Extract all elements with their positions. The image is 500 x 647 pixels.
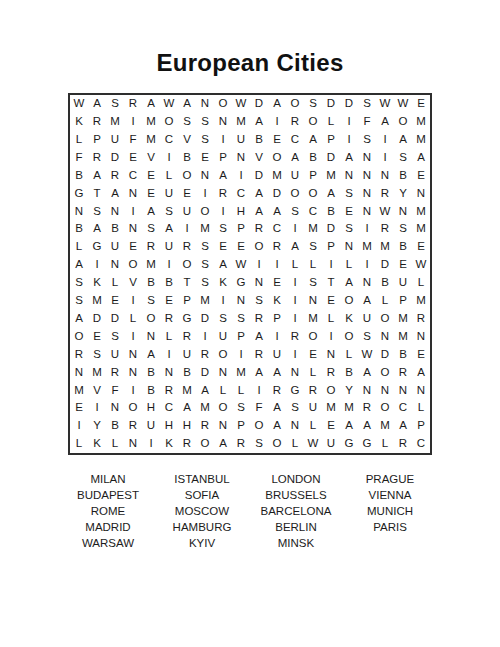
grid-cell-r10c5[interactable]: M: [142, 256, 160, 274]
grid-cell-r20c1[interactable]: L: [70, 435, 88, 453]
grid-cell-r5c18[interactable]: N: [376, 167, 394, 185]
grid-cell-r5c13[interactable]: U: [286, 167, 304, 185]
grid-cell-r20c19[interactable]: R: [394, 435, 412, 453]
grid-cell-r5c11[interactable]: D: [250, 167, 268, 185]
grid-cell-r20c10[interactable]: R: [232, 435, 250, 453]
grid-cell-r14c14[interactable]: O: [304, 328, 322, 346]
grid-cell-r5c20[interactable]: E: [412, 167, 430, 185]
grid-cell-r4c7[interactable]: B: [178, 149, 196, 167]
grid-cell-r10c13[interactable]: L: [286, 256, 304, 274]
grid-cell-r4c15[interactable]: D: [322, 149, 340, 167]
grid-cell-r10c1[interactable]: A: [70, 256, 88, 274]
grid-cell-r7c1[interactable]: N: [70, 202, 88, 220]
grid-cell-r16c14[interactable]: L: [304, 363, 322, 381]
grid-cell-r6c5[interactable]: E: [142, 184, 160, 202]
grid-cell-r2c1[interactable]: K: [70, 113, 88, 131]
grid-cell-r8c1[interactable]: B: [70, 220, 88, 238]
grid-cell-r16c6[interactable]: N: [160, 363, 178, 381]
grid-cell-r19c19[interactable]: A: [394, 417, 412, 435]
grid-cell-r7c18[interactable]: W: [376, 202, 394, 220]
grid-cell-r13c15[interactable]: L: [322, 310, 340, 328]
grid-cell-r15c11[interactable]: R: [250, 346, 268, 364]
grid-cell-r19c3[interactable]: B: [106, 417, 124, 435]
grid-cell-r9c4[interactable]: E: [124, 238, 142, 256]
grid-cell-r17c5[interactable]: B: [142, 381, 160, 399]
grid-cell-r7c15[interactable]: B: [322, 202, 340, 220]
grid-cell-r14c7[interactable]: R: [178, 328, 196, 346]
grid-cell-r7c6[interactable]: S: [160, 202, 178, 220]
grid-cell-r7c9[interactable]: I: [214, 202, 232, 220]
grid-cell-r15c5[interactable]: A: [142, 346, 160, 364]
grid-cell-r3c19[interactable]: A: [394, 131, 412, 149]
grid-cell-r15c20[interactable]: E: [412, 346, 430, 364]
grid-cell-r4c2[interactable]: R: [88, 149, 106, 167]
grid-cell-r13c2[interactable]: D: [88, 310, 106, 328]
grid-cell-r6c10[interactable]: C: [232, 184, 250, 202]
grid-cell-r1c18[interactable]: W: [376, 95, 394, 113]
grid-cell-r17c10[interactable]: L: [232, 381, 250, 399]
grid-cell-r9c17[interactable]: M: [358, 238, 376, 256]
grid-cell-r2c3[interactable]: M: [106, 113, 124, 131]
grid-cell-r4c18[interactable]: I: [376, 149, 394, 167]
grid-cell-r10c3[interactable]: N: [106, 256, 124, 274]
grid-cell-r18c9[interactable]: O: [214, 399, 232, 417]
grid-cell-r6c8[interactable]: I: [196, 184, 214, 202]
grid-cell-r19c2[interactable]: Y: [88, 417, 106, 435]
grid-cell-r8c3[interactable]: B: [106, 220, 124, 238]
grid-cell-r18c5[interactable]: H: [142, 399, 160, 417]
grid-cell-r3c7[interactable]: V: [178, 131, 196, 149]
grid-cell-r12c20[interactable]: M: [412, 292, 430, 310]
grid-cell-r7c5[interactable]: A: [142, 202, 160, 220]
grid-cell-r11c6[interactable]: B: [160, 274, 178, 292]
grid-cell-r3c20[interactable]: M: [412, 131, 430, 149]
grid-cell-r3c11[interactable]: B: [250, 131, 268, 149]
grid-cell-r19c14[interactable]: L: [304, 417, 322, 435]
grid-cell-r17c9[interactable]: L: [214, 381, 232, 399]
grid-cell-r1c2[interactable]: A: [88, 95, 106, 113]
grid-cell-r12c18[interactable]: L: [376, 292, 394, 310]
grid-cell-r5c15[interactable]: M: [322, 167, 340, 185]
grid-cell-r10c18[interactable]: D: [376, 256, 394, 274]
grid-cell-r14c12[interactable]: I: [268, 328, 286, 346]
grid-cell-r7c8[interactable]: O: [196, 202, 214, 220]
grid-cell-r5c6[interactable]: L: [160, 167, 178, 185]
grid-cell-r17c15[interactable]: O: [322, 381, 340, 399]
grid-cell-r20c20[interactable]: C: [412, 435, 430, 453]
grid-cell-r9c2[interactable]: G: [88, 238, 106, 256]
grid-cell-r19c11[interactable]: O: [250, 417, 268, 435]
grid-cell-r11c1[interactable]: S: [70, 274, 88, 292]
grid-cell-r7c11[interactable]: A: [250, 202, 268, 220]
grid-cell-r15c2[interactable]: S: [88, 346, 106, 364]
grid-cell-r7c20[interactable]: M: [412, 202, 430, 220]
grid-cell-r15c15[interactable]: N: [322, 346, 340, 364]
grid-cell-r20c18[interactable]: L: [376, 435, 394, 453]
grid-cell-r6c3[interactable]: A: [106, 184, 124, 202]
grid-cell-r17c3[interactable]: F: [106, 381, 124, 399]
grid-cell-r2c5[interactable]: M: [142, 113, 160, 131]
grid-cell-r8c8[interactable]: M: [196, 220, 214, 238]
grid-cell-r15c16[interactable]: L: [340, 346, 358, 364]
grid-cell-r13c1[interactable]: A: [70, 310, 88, 328]
grid-cell-r15c7[interactable]: U: [178, 346, 196, 364]
grid-cell-r17c12[interactable]: R: [268, 381, 286, 399]
grid-cell-r3c15[interactable]: P: [322, 131, 340, 149]
grid-cell-r7c16[interactable]: E: [340, 202, 358, 220]
grid-cell-r18c17[interactable]: R: [358, 399, 376, 417]
grid-cell-r10c20[interactable]: W: [412, 256, 430, 274]
grid-cell-r16c16[interactable]: B: [340, 363, 358, 381]
grid-cell-r16c7[interactable]: B: [178, 363, 196, 381]
grid-cell-r15c10[interactable]: I: [232, 346, 250, 364]
grid-cell-r10c19[interactable]: E: [394, 256, 412, 274]
grid-cell-r14c18[interactable]: N: [376, 328, 394, 346]
grid-cell-r16c15[interactable]: R: [322, 363, 340, 381]
grid-cell-r8c7[interactable]: I: [178, 220, 196, 238]
grid-cell-r1c5[interactable]: A: [142, 95, 160, 113]
grid-cell-r10c8[interactable]: S: [196, 256, 214, 274]
grid-cell-r9c20[interactable]: E: [412, 238, 430, 256]
grid-cell-r7c10[interactable]: H: [232, 202, 250, 220]
grid-cell-r10c7[interactable]: O: [178, 256, 196, 274]
grid-cell-r6c9[interactable]: R: [214, 184, 232, 202]
grid-cell-r11c18[interactable]: B: [376, 274, 394, 292]
grid-cell-r17c8[interactable]: A: [196, 381, 214, 399]
grid-cell-r7c7[interactable]: U: [178, 202, 196, 220]
grid-cell-r1c12[interactable]: A: [268, 95, 286, 113]
grid-cell-r7c4[interactable]: I: [124, 202, 142, 220]
grid-cell-r18c2[interactable]: I: [88, 399, 106, 417]
grid-cell-r6c12[interactable]: D: [268, 184, 286, 202]
grid-cell-r9c14[interactable]: S: [304, 238, 322, 256]
grid-cell-r11c8[interactable]: S: [196, 274, 214, 292]
grid-cell-r19c16[interactable]: A: [340, 417, 358, 435]
grid-cell-r13c16[interactable]: K: [340, 310, 358, 328]
grid-cell-r2c11[interactable]: A: [250, 113, 268, 131]
grid-cell-r2c14[interactable]: O: [304, 113, 322, 131]
grid-cell-r10c6[interactable]: I: [160, 256, 178, 274]
grid-cell-r12c17[interactable]: A: [358, 292, 376, 310]
grid-cell-r9c7[interactable]: R: [178, 238, 196, 256]
grid-cell-r2c20[interactable]: M: [412, 113, 430, 131]
grid-cell-r17c4[interactable]: I: [124, 381, 142, 399]
grid-cell-r11c7[interactable]: T: [178, 274, 196, 292]
grid-cell-r11c16[interactable]: A: [340, 274, 358, 292]
grid-cell-r16c3[interactable]: R: [106, 363, 124, 381]
grid-cell-r11c19[interactable]: U: [394, 274, 412, 292]
grid-cell-r2c4[interactable]: I: [124, 113, 142, 131]
grid-cell-r19c9[interactable]: N: [214, 417, 232, 435]
grid-cell-r13c8[interactable]: D: [196, 310, 214, 328]
grid-cell-r15c9[interactable]: O: [214, 346, 232, 364]
grid-cell-r14c4[interactable]: I: [124, 328, 142, 346]
grid-cell-r17c11[interactable]: I: [250, 381, 268, 399]
grid-cell-r12c9[interactable]: I: [214, 292, 232, 310]
grid-cell-r1c1[interactable]: W: [70, 95, 88, 113]
grid-cell-r8c20[interactable]: M: [412, 220, 430, 238]
grid-cell-r7c13[interactable]: S: [286, 202, 304, 220]
grid-cell-r12c14[interactable]: N: [304, 292, 322, 310]
grid-cell-r11c14[interactable]: S: [304, 274, 322, 292]
grid-cell-r2c7[interactable]: S: [178, 113, 196, 131]
grid-cell-r6c19[interactable]: Y: [394, 184, 412, 202]
grid-cell-r5c14[interactable]: P: [304, 167, 322, 185]
grid-cell-r18c16[interactable]: M: [340, 399, 358, 417]
grid-cell-r4c20[interactable]: A: [412, 149, 430, 167]
grid-cell-r15c8[interactable]: R: [196, 346, 214, 364]
grid-cell-r14c13[interactable]: R: [286, 328, 304, 346]
grid-cell-r5c10[interactable]: I: [232, 167, 250, 185]
grid-cell-r12c13[interactable]: I: [286, 292, 304, 310]
grid-cell-r5c5[interactable]: E: [142, 167, 160, 185]
grid-cell-r7c19[interactable]: N: [394, 202, 412, 220]
grid-cell-r1c17[interactable]: S: [358, 95, 376, 113]
grid-cell-r9c8[interactable]: S: [196, 238, 214, 256]
grid-cell-r5c19[interactable]: B: [394, 167, 412, 185]
grid-cell-r19c20[interactable]: P: [412, 417, 430, 435]
grid-cell-r13c17[interactable]: U: [358, 310, 376, 328]
grid-cell-r14c1[interactable]: O: [70, 328, 88, 346]
grid-cell-r1c3[interactable]: S: [106, 95, 124, 113]
grid-cell-r16c10[interactable]: M: [232, 363, 250, 381]
grid-cell-r4c16[interactable]: A: [340, 149, 358, 167]
grid-cell-r16c9[interactable]: N: [214, 363, 232, 381]
grid-cell-r11c2[interactable]: K: [88, 274, 106, 292]
grid-cell-r9c16[interactable]: N: [340, 238, 358, 256]
grid-cell-r20c5[interactable]: I: [142, 435, 160, 453]
grid-cell-r9c3[interactable]: U: [106, 238, 124, 256]
grid-cell-r12c7[interactable]: P: [178, 292, 196, 310]
grid-cell-r17c16[interactable]: Y: [340, 381, 358, 399]
grid-cell-r13c20[interactable]: R: [412, 310, 430, 328]
grid-cell-r13c12[interactable]: P: [268, 310, 286, 328]
grid-cell-r8c12[interactable]: C: [268, 220, 286, 238]
grid-cell-r17c1[interactable]: M: [70, 381, 88, 399]
grid-cell-r5c9[interactable]: A: [214, 167, 232, 185]
grid-cell-r9c19[interactable]: B: [394, 238, 412, 256]
grid-cell-r20c16[interactable]: G: [340, 435, 358, 453]
grid-cell-r14c15[interactable]: I: [322, 328, 340, 346]
grid-cell-r11c5[interactable]: B: [142, 274, 160, 292]
grid-cell-r15c4[interactable]: N: [124, 346, 142, 364]
grid-cell-r13c9[interactable]: S: [214, 310, 232, 328]
grid-cell-r7c17[interactable]: N: [358, 202, 376, 220]
grid-cell-r4c6[interactable]: I: [160, 149, 178, 167]
grid-cell-r3c17[interactable]: S: [358, 131, 376, 149]
grid-cell-r15c6[interactable]: I: [160, 346, 178, 364]
grid-cell-r4c3[interactable]: D: [106, 149, 124, 167]
grid-cell-r18c7[interactable]: A: [178, 399, 196, 417]
grid-cell-r3c5[interactable]: M: [142, 131, 160, 149]
grid-cell-r2c19[interactable]: O: [394, 113, 412, 131]
grid-cell-r20c3[interactable]: L: [106, 435, 124, 453]
grid-cell-r6c15[interactable]: A: [322, 184, 340, 202]
grid-cell-r1c16[interactable]: D: [340, 95, 358, 113]
grid-cell-r12c5[interactable]: S: [142, 292, 160, 310]
grid-cell-r4c8[interactable]: E: [196, 149, 214, 167]
grid-cell-r3c10[interactable]: U: [232, 131, 250, 149]
grid-cell-r9c15[interactable]: P: [322, 238, 340, 256]
grid-cell-r19c12[interactable]: A: [268, 417, 286, 435]
grid-cell-r8c16[interactable]: S: [340, 220, 358, 238]
grid-cell-r8c14[interactable]: M: [304, 220, 322, 238]
grid-cell-r1c14[interactable]: S: [304, 95, 322, 113]
grid-cell-r3c18[interactable]: I: [376, 131, 394, 149]
grid-cell-r19c1[interactable]: I: [70, 417, 88, 435]
grid-cell-r2c18[interactable]: A: [376, 113, 394, 131]
grid-cell-r20c9[interactable]: A: [214, 435, 232, 453]
grid-cell-r19c15[interactable]: E: [322, 417, 340, 435]
grid-cell-r16c12[interactable]: A: [268, 363, 286, 381]
grid-cell-r5c1[interactable]: B: [70, 167, 88, 185]
grid-cell-r7c3[interactable]: N: [106, 202, 124, 220]
grid-cell-r15c14[interactable]: E: [304, 346, 322, 364]
grid-cell-r3c6[interactable]: C: [160, 131, 178, 149]
grid-cell-r7c14[interactable]: C: [304, 202, 322, 220]
grid-cell-r18c8[interactable]: M: [196, 399, 214, 417]
grid-cell-r13c11[interactable]: R: [250, 310, 268, 328]
grid-cell-r6c2[interactable]: T: [88, 184, 106, 202]
grid-cell-r17c20[interactable]: N: [412, 381, 430, 399]
grid-cell-r6c16[interactable]: S: [340, 184, 358, 202]
grid-cell-r14c11[interactable]: A: [250, 328, 268, 346]
grid-cell-r9c12[interactable]: R: [268, 238, 286, 256]
grid-cell-r12c10[interactable]: N: [232, 292, 250, 310]
grid-cell-r12c8[interactable]: M: [196, 292, 214, 310]
grid-cell-r10c12[interactable]: I: [268, 256, 286, 274]
grid-cell-r1c6[interactable]: W: [160, 95, 178, 113]
grid-cell-r13c13[interactable]: I: [286, 310, 304, 328]
grid-cell-r13c14[interactable]: M: [304, 310, 322, 328]
grid-cell-r5c17[interactable]: N: [358, 167, 376, 185]
grid-cell-r16c17[interactable]: A: [358, 363, 376, 381]
grid-cell-r14c3[interactable]: S: [106, 328, 124, 346]
grid-cell-r10c14[interactable]: L: [304, 256, 322, 274]
grid-cell-r5c16[interactable]: N: [340, 167, 358, 185]
grid-cell-r15c19[interactable]: B: [394, 346, 412, 364]
grid-cell-r2c15[interactable]: L: [322, 113, 340, 131]
grid-cell-r2c9[interactable]: N: [214, 113, 232, 131]
grid-cell-r20c7[interactable]: R: [178, 435, 196, 453]
grid-cell-r3c4[interactable]: F: [124, 131, 142, 149]
grid-cell-r3c13[interactable]: C: [286, 131, 304, 149]
grid-cell-r16c5[interactable]: B: [142, 363, 160, 381]
grid-cell-r4c17[interactable]: N: [358, 149, 376, 167]
grid-cell-r10c15[interactable]: I: [322, 256, 340, 274]
grid-cell-r11c10[interactable]: G: [232, 274, 250, 292]
grid-cell-r4c11[interactable]: V: [250, 149, 268, 167]
grid-cell-r19c8[interactable]: R: [196, 417, 214, 435]
grid-cell-r18c3[interactable]: N: [106, 399, 124, 417]
grid-cell-r15c3[interactable]: U: [106, 346, 124, 364]
grid-cell-r10c11[interactable]: I: [250, 256, 268, 274]
grid-cell-r19c4[interactable]: R: [124, 417, 142, 435]
grid-cell-r16c13[interactable]: N: [286, 363, 304, 381]
grid-cell-r4c14[interactable]: B: [304, 149, 322, 167]
grid-cell-r12c4[interactable]: I: [124, 292, 142, 310]
grid-cell-r6c14[interactable]: O: [304, 184, 322, 202]
grid-cell-r1c15[interactable]: D: [322, 95, 340, 113]
grid-cell-r13c19[interactable]: M: [394, 310, 412, 328]
grid-cell-r16c19[interactable]: R: [394, 363, 412, 381]
grid-cell-r12c12[interactable]: K: [268, 292, 286, 310]
grid-cell-r9c10[interactable]: E: [232, 238, 250, 256]
grid-cell-r11c9[interactable]: K: [214, 274, 232, 292]
grid-cell-r2c12[interactable]: I: [268, 113, 286, 131]
grid-cell-r20c11[interactable]: S: [250, 435, 268, 453]
grid-cell-r16c8[interactable]: D: [196, 363, 214, 381]
grid-cell-r19c6[interactable]: H: [160, 417, 178, 435]
grid-cell-r6c7[interactable]: E: [178, 184, 196, 202]
grid-cell-r14c9[interactable]: U: [214, 328, 232, 346]
grid-cell-r9c5[interactable]: R: [142, 238, 160, 256]
grid-cell-r13c10[interactable]: S: [232, 310, 250, 328]
grid-cell-r15c17[interactable]: W: [358, 346, 376, 364]
grid-cell-r20c17[interactable]: G: [358, 435, 376, 453]
grid-cell-r19c18[interactable]: M: [376, 417, 394, 435]
grid-cell-r3c3[interactable]: U: [106, 131, 124, 149]
grid-cell-r18c14[interactable]: U: [304, 399, 322, 417]
grid-cell-r1c19[interactable]: W: [394, 95, 412, 113]
grid-cell-r20c2[interactable]: K: [88, 435, 106, 453]
grid-cell-r19c7[interactable]: H: [178, 417, 196, 435]
grid-cell-r10c9[interactable]: A: [214, 256, 232, 274]
grid-cell-r20c8[interactable]: O: [196, 435, 214, 453]
grid-cell-r2c6[interactable]: O: [160, 113, 178, 131]
grid-cell-r1c9[interactable]: O: [214, 95, 232, 113]
grid-cell-r8c19[interactable]: S: [394, 220, 412, 238]
grid-cell-r11c15[interactable]: T: [322, 274, 340, 292]
grid-cell-r8c10[interactable]: P: [232, 220, 250, 238]
grid-cell-r2c16[interactable]: I: [340, 113, 358, 131]
grid-cell-r11c3[interactable]: L: [106, 274, 124, 292]
grid-cell-r9c18[interactable]: M: [376, 238, 394, 256]
grid-cell-r1c11[interactable]: D: [250, 95, 268, 113]
grid-cell-r10c10[interactable]: W: [232, 256, 250, 274]
grid-cell-r8c13[interactable]: I: [286, 220, 304, 238]
grid-cell-r6c17[interactable]: N: [358, 184, 376, 202]
grid-cell-r14c16[interactable]: O: [340, 328, 358, 346]
grid-cell-r7c2[interactable]: S: [88, 202, 106, 220]
grid-cell-r12c1[interactable]: S: [70, 292, 88, 310]
grid-cell-r9c11[interactable]: O: [250, 238, 268, 256]
grid-cell-r14c17[interactable]: S: [358, 328, 376, 346]
grid-cell-r3c9[interactable]: I: [214, 131, 232, 149]
grid-cell-r2c10[interactable]: M: [232, 113, 250, 131]
grid-cell-r19c13[interactable]: N: [286, 417, 304, 435]
grid-cell-r4c13[interactable]: A: [286, 149, 304, 167]
grid-cell-r6c11[interactable]: A: [250, 184, 268, 202]
grid-cell-r12c19[interactable]: P: [394, 292, 412, 310]
grid-cell-r19c5[interactable]: U: [142, 417, 160, 435]
grid-cell-r16c20[interactable]: A: [412, 363, 430, 381]
grid-cell-r9c13[interactable]: A: [286, 238, 304, 256]
grid-cell-r18c12[interactable]: A: [268, 399, 286, 417]
grid-cell-r18c1[interactable]: E: [70, 399, 88, 417]
grid-cell-r10c16[interactable]: L: [340, 256, 358, 274]
grid-cell-r11c4[interactable]: V: [124, 274, 142, 292]
grid-cell-r5c12[interactable]: M: [268, 167, 286, 185]
grid-cell-r18c19[interactable]: C: [394, 399, 412, 417]
grid-cell-r1c20[interactable]: E: [412, 95, 430, 113]
grid-cell-r18c13[interactable]: S: [286, 399, 304, 417]
grid-cell-r8c2[interactable]: A: [88, 220, 106, 238]
grid-cell-r18c10[interactable]: S: [232, 399, 250, 417]
grid-cell-r16c18[interactable]: O: [376, 363, 394, 381]
grid-cell-r20c14[interactable]: W: [304, 435, 322, 453]
grid-cell-r13c3[interactable]: D: [106, 310, 124, 328]
